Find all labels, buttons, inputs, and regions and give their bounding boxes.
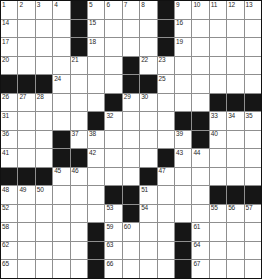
clue-number: 51 — [141, 187, 148, 194]
clue-number: 2 — [19, 2, 22, 9]
white-cell-r11c1[interactable]: 48 — [1, 186, 17, 204]
clue-number: 35 — [246, 113, 253, 120]
white-cell-r12c2[interactable] — [18, 205, 34, 223]
white-cell-r15c10[interactable] — [158, 260, 174, 278]
white-cell-r11c6[interactable] — [88, 186, 104, 204]
black-cell-r5c9 — [140, 75, 156, 93]
white-cell-r1c11[interactable]: 9 — [175, 1, 191, 19]
clue-number: 7 — [124, 2, 127, 9]
white-cell-r4c7[interactable] — [105, 57, 121, 75]
white-cell-r15c4[interactable] — [53, 260, 69, 278]
white-cell-r4c12[interactable] — [192, 57, 208, 75]
black-cell-r2c5 — [71, 20, 87, 38]
white-cell-r3c11[interactable]: 19 — [175, 38, 191, 56]
white-cell-r7c8[interactable] — [123, 112, 139, 130]
white-cell-r4c11[interactable] — [175, 57, 191, 75]
clue-number: 38 — [89, 131, 96, 138]
clue-number: 9 — [176, 2, 179, 9]
black-cell-r11c7 — [105, 186, 121, 204]
clue-number: 34 — [228, 113, 235, 120]
black-cell-r6c15 — [245, 94, 261, 112]
white-cell-r1c12[interactable]: 10 — [192, 1, 208, 19]
white-cell-r11c5[interactable] — [71, 186, 87, 204]
white-cell-r12c6[interactable] — [88, 205, 104, 223]
white-cell-r9c14[interactable] — [227, 149, 243, 167]
clue-number: 53 — [106, 205, 113, 212]
white-cell-r15c5[interactable] — [71, 260, 87, 278]
white-cell-r13c1[interactable]: 58 — [1, 223, 17, 241]
white-cell-r14c3[interactable] — [36, 242, 52, 260]
white-cell-r1c7[interactable]: 6 — [105, 1, 121, 19]
white-cell-r13c5[interactable] — [71, 223, 87, 241]
white-cell-r11c9[interactable]: 51 — [140, 186, 156, 204]
white-cell-r4c13[interactable] — [210, 57, 226, 75]
white-cell-r10c12[interactable] — [192, 168, 208, 186]
black-cell-r10c2 — [18, 168, 34, 186]
clue-number: 37 — [72, 131, 79, 138]
white-cell-r5c5[interactable] — [71, 75, 87, 93]
white-cell-r6c4[interactable] — [53, 94, 69, 112]
black-cell-r1c10 — [158, 1, 174, 19]
white-cell-r9c8[interactable] — [123, 149, 139, 167]
black-cell-r3c5 — [71, 38, 87, 56]
black-cell-r2c10 — [158, 20, 174, 38]
white-cell-r9c3[interactable] — [36, 149, 52, 167]
white-cell-r5c12[interactable] — [192, 75, 208, 93]
white-cell-r14c14[interactable] — [227, 242, 243, 260]
white-cell-r6c2[interactable]: 27 — [18, 94, 34, 112]
white-cell-r15c14[interactable] — [227, 260, 243, 278]
black-cell-r7c11 — [175, 112, 191, 130]
clue-number: 16 — [176, 20, 183, 27]
white-cell-r2c15[interactable] — [245, 20, 261, 38]
clue-number: 44 — [193, 150, 200, 157]
clue-number: 18 — [89, 39, 96, 46]
white-cell-r14c10[interactable] — [158, 242, 174, 260]
white-cell-r6c6[interactable] — [88, 94, 104, 112]
black-cell-r10c3 — [36, 168, 52, 186]
black-cell-r8c4 — [53, 131, 69, 149]
clue-number: 42 — [89, 150, 96, 157]
clue-number: 56 — [228, 205, 235, 212]
crossword-grid: 1234567891011121314151617181920212223242… — [0, 0, 262, 279]
white-cell-r4c14[interactable] — [227, 57, 243, 75]
white-cell-r3c1[interactable]: 17 — [1, 38, 17, 56]
white-cell-r5c4[interactable]: 24 — [53, 75, 69, 93]
white-cell-r5c14[interactable] — [227, 75, 243, 93]
white-cell-r6c3[interactable]: 28 — [36, 94, 52, 112]
black-cell-r4c8 — [123, 57, 139, 75]
white-cell-r2c2[interactable] — [18, 20, 34, 38]
white-cell-r15c7[interactable]: 66 — [105, 260, 121, 278]
black-cell-r8c12 — [192, 131, 208, 149]
white-cell-r8c7[interactable] — [105, 131, 121, 149]
white-cell-r12c7[interactable]: 53 — [105, 205, 121, 223]
white-cell-r12c15[interactable]: 57 — [245, 205, 261, 223]
white-cell-r8c15[interactable] — [245, 131, 261, 149]
white-cell-r8c1[interactable]: 36 — [1, 131, 17, 149]
white-cell-r10c15[interactable] — [245, 168, 261, 186]
white-cell-r3c4[interactable] — [53, 38, 69, 56]
white-cell-r9c9[interactable] — [140, 149, 156, 167]
white-cell-r9c15[interactable] — [245, 149, 261, 167]
white-cell-r4c6[interactable] — [88, 57, 104, 75]
clue-number: 41 — [2, 150, 9, 157]
clue-number: 58 — [2, 224, 9, 231]
white-cell-r9c13[interactable] — [210, 149, 226, 167]
white-cell-r4c2[interactable] — [18, 57, 34, 75]
white-cell-r10c4[interactable]: 45 — [53, 168, 69, 186]
white-cell-r10c14[interactable] — [227, 168, 243, 186]
black-cell-r13c6 — [88, 223, 104, 241]
white-cell-r10c8[interactable] — [123, 168, 139, 186]
clue-number: 17 — [2, 39, 9, 46]
white-cell-r4c1[interactable]: 20 — [1, 57, 17, 75]
clue-number: 19 — [176, 39, 183, 46]
white-cell-r4c9[interactable]: 22 — [140, 57, 156, 75]
white-cell-r4c3[interactable] — [36, 57, 52, 75]
white-cell-r8c8[interactable] — [123, 131, 139, 149]
white-cell-r11c4[interactable] — [53, 186, 69, 204]
white-cell-r8c14[interactable] — [227, 131, 243, 149]
black-cell-r12c8 — [123, 205, 139, 223]
white-cell-r14c4[interactable] — [53, 242, 69, 260]
white-cell-r7c13[interactable]: 33 — [210, 112, 226, 130]
white-cell-r6c9[interactable]: 30 — [140, 94, 156, 112]
white-cell-r11c12[interactable] — [192, 186, 208, 204]
black-cell-r6c14 — [227, 94, 243, 112]
white-cell-r13c10[interactable] — [158, 223, 174, 241]
clue-number: 52 — [2, 205, 9, 212]
clue-number: 39 — [176, 131, 183, 138]
white-cell-r1c3[interactable]: 3 — [36, 1, 52, 19]
white-cell-r8c11[interactable]: 39 — [175, 131, 191, 149]
black-cell-r5c3 — [36, 75, 52, 93]
white-cell-r1c15[interactable]: 13 — [245, 1, 261, 19]
white-cell-r10c11[interactable] — [175, 168, 191, 186]
white-cell-r3c8[interactable] — [123, 38, 139, 56]
clue-number: 40 — [211, 131, 218, 138]
white-cell-r14c12[interactable]: 64 — [192, 242, 208, 260]
clue-number: 47 — [159, 168, 166, 175]
clue-number: 66 — [106, 261, 113, 268]
clue-number: 22 — [141, 57, 148, 64]
white-cell-r12c10[interactable] — [158, 205, 174, 223]
white-cell-r14c8[interactable] — [123, 242, 139, 260]
white-cell-r6c11[interactable] — [175, 94, 191, 112]
black-cell-r5c8 — [123, 75, 139, 93]
black-cell-r13c11 — [175, 223, 191, 241]
clue-number: 48 — [2, 187, 9, 194]
white-cell-r2c3[interactable] — [36, 20, 52, 38]
clue-number: 65 — [2, 261, 9, 268]
white-cell-r13c14[interactable] — [227, 223, 243, 241]
white-cell-r14c7[interactable]: 63 — [105, 242, 121, 260]
white-cell-r15c12[interactable]: 67 — [192, 260, 208, 278]
clue-number: 4 — [54, 2, 57, 9]
clue-number: 5 — [89, 2, 92, 9]
white-cell-r8c3[interactable] — [36, 131, 52, 149]
white-cell-r3c6[interactable]: 18 — [88, 38, 104, 56]
white-cell-r2c4[interactable] — [53, 20, 69, 38]
clue-number: 62 — [2, 242, 9, 249]
white-cell-r14c1[interactable]: 62 — [1, 242, 17, 260]
white-cell-r12c13[interactable]: 55 — [210, 205, 226, 223]
black-cell-r1c5 — [71, 1, 87, 19]
black-cell-r14c6 — [88, 242, 104, 260]
white-cell-r15c2[interactable] — [18, 260, 34, 278]
white-cell-r15c8[interactable] — [123, 260, 139, 278]
white-cell-r6c12[interactable] — [192, 94, 208, 112]
white-cell-r9c11[interactable]: 43 — [175, 149, 191, 167]
white-cell-r3c12[interactable] — [192, 38, 208, 56]
white-cell-r9c7[interactable] — [105, 149, 121, 167]
black-cell-r3c10 — [158, 38, 174, 56]
white-cell-r12c4[interactable] — [53, 205, 69, 223]
white-cell-r13c8[interactable]: 60 — [123, 223, 139, 241]
white-cell-r2c8[interactable] — [123, 20, 139, 38]
white-cell-r1c14[interactable]: 12 — [227, 1, 243, 19]
white-cell-r1c8[interactable]: 7 — [123, 1, 139, 19]
black-cell-r11c8 — [123, 186, 139, 204]
clue-number: 67 — [193, 261, 200, 268]
white-cell-r10c7[interactable] — [105, 168, 121, 186]
black-cell-r15c6 — [88, 260, 104, 278]
white-cell-r5c15[interactable] — [245, 75, 261, 93]
clue-number: 10 — [193, 2, 200, 9]
clue-number: 46 — [72, 168, 79, 175]
black-cell-r9c5 — [71, 149, 87, 167]
white-cell-r8c5[interactable]: 37 — [71, 131, 87, 149]
clue-number: 33 — [211, 113, 218, 120]
white-cell-r11c11[interactable] — [175, 186, 191, 204]
clue-number: 6 — [106, 2, 109, 9]
white-cell-r13c3[interactable] — [36, 223, 52, 241]
white-cell-r4c15[interactable] — [245, 57, 261, 75]
white-cell-r10c6[interactable] — [88, 168, 104, 186]
clue-number: 45 — [54, 168, 61, 175]
clue-number: 3 — [37, 2, 40, 9]
white-cell-r2c13[interactable] — [210, 20, 226, 38]
white-cell-r14c13[interactable] — [210, 242, 226, 260]
clue-number: 24 — [54, 76, 61, 83]
clue-number: 64 — [193, 242, 200, 249]
white-cell-r9c2[interactable] — [18, 149, 34, 167]
clue-number: 55 — [211, 205, 218, 212]
white-cell-r13c2[interactable] — [18, 223, 34, 241]
white-cell-r12c14[interactable]: 56 — [227, 205, 243, 223]
clue-number: 21 — [72, 57, 79, 64]
white-cell-r13c15[interactable] — [245, 223, 261, 241]
clue-number: 59 — [106, 224, 113, 231]
white-cell-r1c1[interactable]: 1 — [1, 1, 17, 19]
white-cell-r7c7[interactable]: 32 — [105, 112, 121, 130]
black-cell-r9c4 — [53, 149, 69, 167]
white-cell-r1c4[interactable]: 4 — [53, 1, 69, 19]
white-cell-r15c13[interactable] — [210, 260, 226, 278]
white-cell-r3c9[interactable] — [140, 38, 156, 56]
clue-number: 1 — [2, 2, 5, 9]
white-cell-r2c12[interactable] — [192, 20, 208, 38]
white-cell-r1c6[interactable]: 5 — [88, 1, 104, 19]
black-cell-r6c13 — [210, 94, 226, 112]
black-cell-r7c6 — [88, 112, 104, 130]
clue-number: 32 — [106, 113, 113, 120]
white-cell-r14c15[interactable] — [245, 242, 261, 260]
clue-number: 63 — [106, 242, 113, 249]
white-cell-r7c2[interactable] — [18, 112, 34, 130]
white-cell-r11c2[interactable]: 49 — [18, 186, 34, 204]
black-cell-r14c11 — [175, 242, 191, 260]
white-cell-r1c13[interactable]: 11 — [210, 1, 226, 19]
white-cell-r10c10[interactable]: 47 — [158, 168, 174, 186]
white-cell-r3c2[interactable] — [18, 38, 34, 56]
white-cell-r7c15[interactable]: 35 — [245, 112, 261, 130]
white-cell-r5c6[interactable] — [88, 75, 104, 93]
clue-number: 31 — [2, 113, 9, 120]
white-cell-r7c5[interactable] — [71, 112, 87, 130]
black-cell-r15c11 — [175, 260, 191, 278]
black-cell-r5c2 — [18, 75, 34, 93]
clue-number: 13 — [246, 2, 253, 9]
white-cell-r12c3[interactable] — [36, 205, 52, 223]
white-cell-r6c8[interactable]: 29 — [123, 94, 139, 112]
white-cell-r7c9[interactable] — [140, 112, 156, 130]
clue-number: 23 — [159, 57, 166, 64]
clue-number: 27 — [19, 94, 26, 101]
white-cell-r14c9[interactable] — [140, 242, 156, 260]
white-cell-r8c10[interactable] — [158, 131, 174, 149]
white-cell-r10c5[interactable]: 46 — [71, 168, 87, 186]
black-cell-r9c10 — [158, 149, 174, 167]
clue-number: 61 — [193, 224, 200, 231]
white-cell-r13c7[interactable]: 59 — [105, 223, 121, 241]
white-cell-r5c7[interactable] — [105, 75, 121, 93]
white-cell-r12c9[interactable]: 54 — [140, 205, 156, 223]
black-cell-r11c14 — [227, 186, 243, 204]
clue-number: 60 — [124, 224, 131, 231]
clue-number: 20 — [2, 57, 9, 64]
white-cell-r13c4[interactable] — [53, 223, 69, 241]
white-cell-r15c15[interactable] — [245, 260, 261, 278]
white-cell-r5c11[interactable] — [175, 75, 191, 93]
white-cell-r12c1[interactable]: 52 — [1, 205, 17, 223]
white-cell-r14c5[interactable] — [71, 242, 87, 260]
black-cell-r11c13 — [210, 186, 226, 204]
white-cell-r2c11[interactable]: 16 — [175, 20, 191, 38]
white-cell-r8c2[interactable] — [18, 131, 34, 149]
white-cell-r15c3[interactable] — [36, 260, 52, 278]
white-cell-r1c2[interactable]: 2 — [18, 1, 34, 19]
white-cell-r6c1[interactable]: 26 — [1, 94, 17, 112]
white-cell-r13c12[interactable]: 61 — [192, 223, 208, 241]
white-cell-r12c12[interactable] — [192, 205, 208, 223]
black-cell-r5c1 — [1, 75, 17, 93]
white-cell-r6c5[interactable] — [71, 94, 87, 112]
white-cell-r15c9[interactable] — [140, 260, 156, 278]
white-cell-r2c6[interactable]: 15 — [88, 20, 104, 38]
white-cell-r9c6[interactable]: 42 — [88, 149, 104, 167]
clue-number: 11 — [211, 2, 217, 9]
clue-number: 25 — [159, 76, 166, 83]
white-cell-r7c3[interactable] — [36, 112, 52, 130]
black-cell-r6c7 — [105, 94, 121, 112]
white-cell-r3c7[interactable] — [105, 38, 121, 56]
black-cell-r7c12 — [192, 112, 208, 130]
white-cell-r7c14[interactable]: 34 — [227, 112, 243, 130]
clue-number: 50 — [37, 187, 44, 194]
clue-number: 54 — [141, 205, 148, 212]
white-cell-r4c4[interactable] — [53, 57, 69, 75]
black-cell-r11c15 — [245, 186, 261, 204]
clue-number: 29 — [124, 94, 131, 101]
clue-number: 36 — [2, 131, 9, 138]
white-cell-r2c1[interactable]: 14 — [1, 20, 17, 38]
white-cell-r7c1[interactable]: 31 — [1, 112, 17, 130]
clue-number: 30 — [141, 94, 148, 101]
white-cell-r15c1[interactable]: 65 — [1, 260, 17, 278]
white-cell-r5c13[interactable] — [210, 75, 226, 93]
white-cell-r9c12[interactable]: 44 — [192, 149, 208, 167]
clue-number: 43 — [176, 150, 183, 157]
clue-number: 57 — [246, 205, 253, 212]
white-cell-r4c5[interactable]: 21 — [71, 57, 87, 75]
white-cell-r3c13[interactable] — [210, 38, 226, 56]
white-cell-r3c15[interactable] — [245, 38, 261, 56]
white-cell-r7c4[interactable] — [53, 112, 69, 130]
white-cell-r12c11[interactable] — [175, 205, 191, 223]
white-cell-r13c13[interactable] — [210, 223, 226, 241]
white-cell-r2c14[interactable] — [227, 20, 243, 38]
clue-number: 26 — [2, 94, 9, 101]
white-cell-r2c7[interactable] — [105, 20, 121, 38]
white-cell-r8c13[interactable]: 40 — [210, 131, 226, 149]
white-cell-r6c10[interactable] — [158, 94, 174, 112]
white-cell-r10c13[interactable] — [210, 168, 226, 186]
clue-number: 14 — [2, 20, 9, 27]
clue-number: 49 — [19, 187, 26, 194]
clue-number: 28 — [37, 94, 44, 101]
white-cell-r9c1[interactable]: 41 — [1, 149, 17, 167]
clue-number: 8 — [141, 2, 144, 9]
clue-number: 15 — [89, 20, 96, 27]
white-cell-r4c10[interactable]: 23 — [158, 57, 174, 75]
clue-number: 12 — [228, 2, 235, 9]
white-cell-r14c2[interactable] — [18, 242, 34, 260]
white-cell-r13c9[interactable] — [140, 223, 156, 241]
white-cell-r1c9[interactable]: 8 — [140, 1, 156, 19]
white-cell-r8c6[interactable]: 38 — [88, 131, 104, 149]
white-cell-r11c10[interactable] — [158, 186, 174, 204]
white-cell-r5c10[interactable]: 25 — [158, 75, 174, 93]
white-cell-r12c5[interactable] — [71, 205, 87, 223]
white-cell-r2c9[interactable] — [140, 20, 156, 38]
white-cell-r3c14[interactable] — [227, 38, 243, 56]
white-cell-r7c10[interactable] — [158, 112, 174, 130]
white-cell-r11c3[interactable]: 50 — [36, 186, 52, 204]
black-cell-r10c1 — [1, 168, 17, 186]
white-cell-r8c9[interactable] — [140, 131, 156, 149]
black-cell-r10c9 — [140, 168, 156, 186]
white-cell-r3c3[interactable] — [36, 38, 52, 56]
